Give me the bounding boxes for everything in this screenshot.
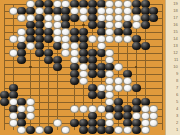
black-stone [44, 35, 53, 44]
row-label: 16 [173, 23, 178, 27]
black-stone [132, 42, 141, 51]
row-label: 2 [176, 121, 178, 125]
row-label: 9 [176, 72, 178, 76]
black-stone [97, 126, 106, 135]
row-label: 13 [173, 44, 178, 48]
row-label: 19 [173, 2, 178, 6]
white-stone [132, 21, 141, 30]
white-stone [114, 126, 123, 135]
white-stone [79, 105, 88, 114]
black-stone [97, 49, 106, 58]
black-stone [97, 91, 106, 100]
row-label: 15 [173, 30, 178, 34]
row-label: 17 [173, 16, 178, 20]
black-stone [0, 98, 9, 107]
black-stone [141, 42, 150, 51]
white-stone [9, 119, 18, 128]
white-stone [123, 84, 132, 93]
black-stone [88, 21, 97, 30]
black-stone [44, 56, 53, 65]
black-stone [26, 126, 35, 135]
white-stone [123, 35, 132, 44]
row-label: 1 [176, 128, 178, 132]
black-stone [141, 21, 150, 30]
go-app-window: 19181716151413121110987654321 [0, 0, 180, 135]
black-stone [88, 91, 97, 100]
row-label: 14 [173, 37, 178, 41]
row-label: 8 [176, 79, 178, 83]
white-stone [141, 126, 150, 135]
black-stone [105, 126, 114, 135]
white-stone [53, 119, 62, 128]
row-label: 12 [173, 51, 178, 55]
white-stone [79, 77, 88, 86]
white-stone [9, 49, 18, 58]
black-stone [79, 126, 88, 135]
white-stone [9, 7, 18, 16]
black-stone [88, 70, 97, 79]
row-label: 6 [176, 93, 178, 97]
row-label: 4 [176, 107, 178, 111]
white-stone [97, 105, 106, 114]
black-stone [132, 126, 141, 135]
row-label: 10 [173, 65, 178, 69]
white-stone [79, 14, 88, 23]
black-stone [88, 126, 97, 135]
black-stone [132, 84, 141, 93]
row-label: 7 [176, 86, 178, 90]
row-label: 11 [174, 58, 178, 62]
row-label: 5 [176, 100, 178, 104]
row-coordinate-strip: 19181716151413121110987654321 [165, 0, 180, 135]
row-label: 18 [173, 9, 178, 13]
hoshi-point [82, 24, 84, 26]
hoshi-point [29, 66, 31, 68]
row-label: 3 [176, 114, 178, 118]
white-stone [9, 35, 18, 44]
black-stone [97, 70, 106, 79]
black-stone [44, 126, 53, 135]
white-stone [123, 126, 132, 135]
black-stone [53, 42, 62, 51]
black-stone [35, 49, 44, 58]
white-stone [88, 35, 97, 44]
white-stone [17, 126, 26, 135]
white-stone [35, 126, 44, 135]
white-stone [61, 126, 70, 135]
go-board[interactable] [0, 0, 166, 135]
black-stone [53, 63, 62, 72]
